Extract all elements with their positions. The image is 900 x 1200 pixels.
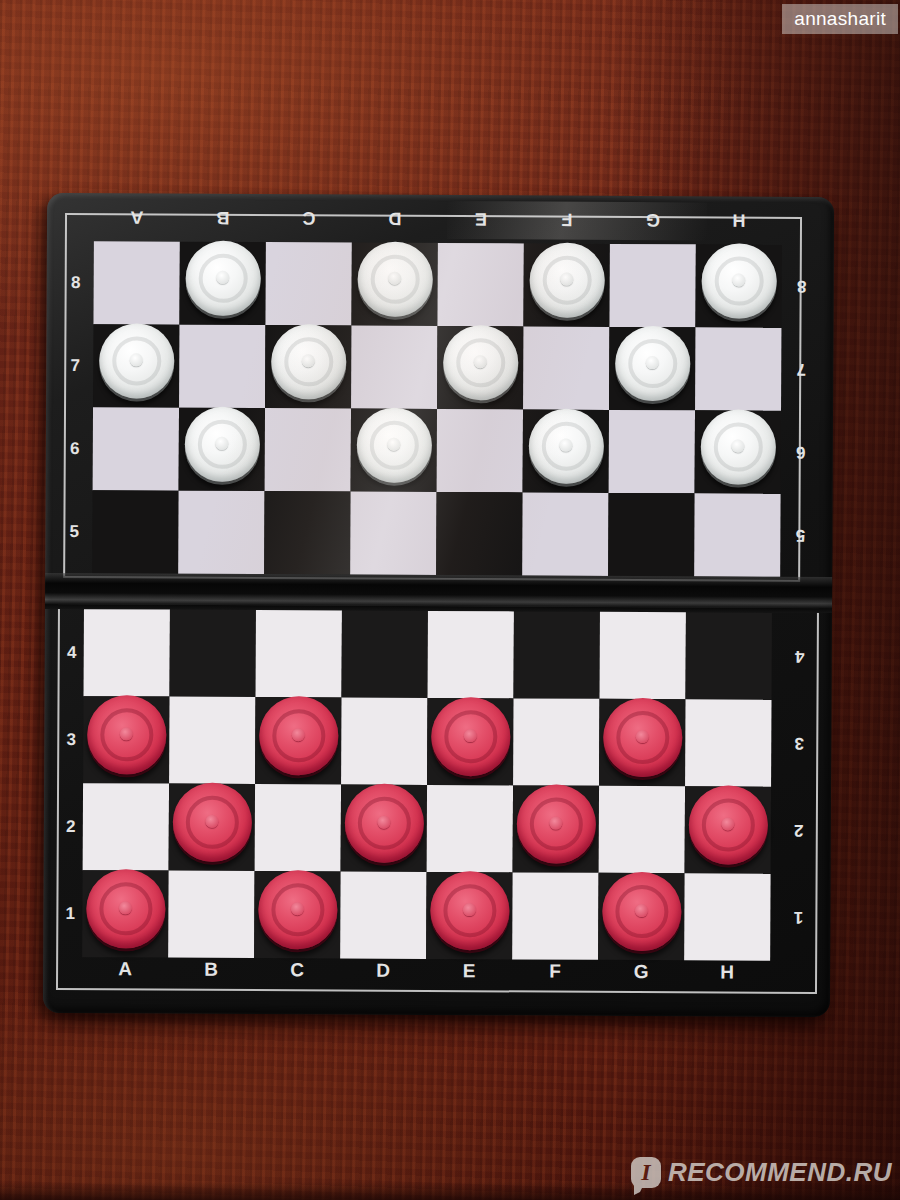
square-b1[interactable] <box>168 871 254 958</box>
white-piece-a7[interactable] <box>99 323 174 398</box>
square-h8[interactable] <box>695 244 781 327</box>
red-piece-e3[interactable] <box>431 697 510 776</box>
red-piece-d2[interactable] <box>344 784 423 863</box>
watermark-username: annasharit <box>782 4 898 34</box>
rank-label-left-8: 8 <box>62 241 88 324</box>
file-label-bottom-g: G <box>598 960 684 984</box>
square-c3[interactable] <box>255 697 341 784</box>
rank-label-left-4: 4 <box>59 609 85 696</box>
square-b3[interactable] <box>169 697 255 784</box>
square-a8[interactable] <box>93 241 179 324</box>
square-c6[interactable] <box>265 408 351 491</box>
square-a2[interactable] <box>83 783 169 870</box>
square-b2[interactable] <box>169 784 255 871</box>
square-h4[interactable] <box>686 612 772 699</box>
file-label-top-h: H <box>696 208 782 232</box>
square-a3[interactable] <box>83 696 169 783</box>
rank-label-left-2: 2 <box>58 783 84 870</box>
file-labels-bottom: ABCDEFGH <box>82 957 770 985</box>
square-f2[interactable] <box>513 785 599 872</box>
rank-label-right-5: 5 <box>787 494 813 577</box>
rank-label-right-6: 6 <box>788 411 814 494</box>
white-piece-d6[interactable] <box>356 408 431 483</box>
square-d4[interactable] <box>342 610 428 697</box>
square-a5[interactable] <box>92 490 178 573</box>
square-b5[interactable] <box>178 491 264 574</box>
file-label-bottom-a: A <box>82 957 168 981</box>
square-g8[interactable] <box>609 244 695 327</box>
square-d3[interactable] <box>341 697 427 784</box>
white-piece-c7[interactable] <box>271 324 346 399</box>
white-piece-d8[interactable] <box>357 242 432 317</box>
square-f7[interactable] <box>523 326 609 409</box>
rank-labels-right-top: 8765 <box>787 245 815 577</box>
square-f4[interactable] <box>514 611 600 698</box>
rank-label-right-7: 7 <box>788 328 814 411</box>
rank-label-right-8: 8 <box>788 245 814 328</box>
rank-label-right-2: 2 <box>786 787 812 874</box>
file-label-bottom-h: H <box>684 960 770 984</box>
rank-label-right-4: 4 <box>787 613 813 700</box>
square-e7[interactable] <box>437 326 523 409</box>
square-d1[interactable] <box>340 871 426 958</box>
white-piece-f6[interactable] <box>528 408 603 483</box>
file-label-bottom-b: B <box>168 958 254 982</box>
file-label-top-d: D <box>352 207 438 231</box>
square-a7[interactable] <box>93 324 179 407</box>
red-piece-b2[interactable] <box>172 783 251 862</box>
square-c4[interactable] <box>256 610 342 697</box>
square-g4[interactable] <box>600 612 686 699</box>
square-c2[interactable] <box>255 784 341 871</box>
square-b6[interactable] <box>179 408 265 491</box>
fold-seam <box>45 573 832 613</box>
square-c7[interactable] <box>265 325 351 408</box>
white-piece-e7[interactable] <box>443 325 518 400</box>
square-e8[interactable] <box>437 243 523 326</box>
white-piece-b8[interactable] <box>185 241 260 316</box>
red-piece-h2[interactable] <box>688 785 767 864</box>
square-a1[interactable] <box>82 870 168 957</box>
file-label-top-g: G <box>610 208 696 232</box>
square-e1[interactable] <box>426 872 512 959</box>
file-label-top-e: E <box>438 207 524 231</box>
square-d7[interactable] <box>351 326 437 409</box>
square-h7[interactable] <box>695 327 781 410</box>
square-b7[interactable] <box>179 325 265 408</box>
square-f5[interactable] <box>522 492 608 575</box>
square-f8[interactable] <box>523 243 609 326</box>
square-h2[interactable] <box>685 786 771 873</box>
square-h6[interactable] <box>695 410 781 493</box>
file-label-bottom-d: D <box>340 958 426 982</box>
red-piece-e1[interactable] <box>430 871 509 950</box>
file-label-top-b: B <box>180 206 266 230</box>
square-d8[interactable] <box>351 243 437 326</box>
square-d5[interactable] <box>350 492 436 575</box>
red-piece-c1[interactable] <box>258 870 337 949</box>
square-f6[interactable] <box>523 409 609 492</box>
red-piece-c3[interactable] <box>259 696 338 775</box>
recommend-ru-logo: I RECOMMEND.RU <box>631 1157 892 1188</box>
square-f3[interactable] <box>513 698 599 785</box>
logo-text: RECOMMEND.RU <box>668 1157 892 1188</box>
red-piece-g1[interactable] <box>602 872 681 951</box>
file-label-top-a: A <box>94 205 180 229</box>
square-c5[interactable] <box>264 491 350 574</box>
square-e4[interactable] <box>428 611 514 698</box>
white-piece-h8[interactable] <box>701 243 776 318</box>
rank-label-left-5: 5 <box>61 490 87 573</box>
file-label-bottom-e: E <box>426 959 512 983</box>
rank-label-left-3: 3 <box>58 696 84 783</box>
square-c8[interactable] <box>265 242 351 325</box>
white-piece-g7[interactable] <box>615 326 690 401</box>
file-label-bottom-c: C <box>254 958 340 982</box>
rank-label-left-7: 7 <box>62 324 88 407</box>
square-e6[interactable] <box>437 409 523 492</box>
file-label-top-f: F <box>524 207 610 231</box>
square-b8[interactable] <box>179 242 265 325</box>
square-e2[interactable] <box>427 785 513 872</box>
square-g1[interactable] <box>598 873 684 960</box>
square-b4[interactable] <box>170 610 256 697</box>
square-a4[interactable] <box>84 609 170 696</box>
square-d2[interactable] <box>341 784 427 871</box>
square-e3[interactable] <box>427 698 513 785</box>
square-g2[interactable] <box>599 786 685 873</box>
square-a6[interactable] <box>93 407 179 490</box>
checkers-board: ABCDEFGH 8765 8765 ABCDEFGH 4321 4321 <box>43 193 834 1017</box>
square-d6[interactable] <box>351 409 437 492</box>
file-labels-top: ABCDEFGH <box>94 205 782 233</box>
rank-label-right-3: 3 <box>786 700 812 787</box>
square-g3[interactable] <box>599 699 685 786</box>
logo-letter: I <box>641 1159 650 1186</box>
square-h5[interactable] <box>694 493 780 576</box>
red-piece-a1[interactable] <box>86 869 165 948</box>
red-piece-f2[interactable] <box>516 784 595 863</box>
frame-reflection <box>447 201 707 240</box>
rank-label-right-1: 1 <box>785 874 811 961</box>
white-piece-b6[interactable] <box>184 407 259 482</box>
square-g7[interactable] <box>609 327 695 410</box>
rank-label-left-6: 6 <box>62 407 88 490</box>
board-top-half <box>92 241 782 577</box>
square-g6[interactable] <box>609 410 695 493</box>
square-e5[interactable] <box>436 492 522 575</box>
board-bottom-half <box>82 609 772 961</box>
red-piece-g3[interactable] <box>603 698 682 777</box>
file-label-top-c: C <box>266 206 352 230</box>
square-g5[interactable] <box>608 493 694 576</box>
square-c1[interactable] <box>254 871 340 958</box>
wooden-table: annasharit ABCDEFGH 8765 8765 ABCDEFGH 4… <box>0 0 900 1200</box>
red-piece-a3[interactable] <box>87 695 166 774</box>
square-f1[interactable] <box>512 872 598 959</box>
rank-label-left-1: 1 <box>57 870 83 957</box>
speech-bubble-icon: I <box>631 1157 661 1188</box>
square-h3[interactable] <box>685 699 771 786</box>
rank-labels-left-top: 8765 <box>61 241 89 573</box>
white-piece-f8[interactable] <box>529 242 604 317</box>
square-h1[interactable] <box>684 873 770 960</box>
white-piece-h6[interactable] <box>700 409 775 484</box>
file-label-bottom-f: F <box>512 959 598 983</box>
rank-labels-left-bottom: 4321 <box>57 609 85 957</box>
rank-labels-right-bottom: 4321 <box>785 613 813 961</box>
